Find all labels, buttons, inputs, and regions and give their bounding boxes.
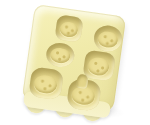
embossed-design <box>59 20 79 38</box>
embossed-design <box>87 56 110 76</box>
mold-cavity-3 <box>45 41 76 69</box>
mold-cavity-1 <box>54 14 83 42</box>
embossed-design <box>49 47 70 64</box>
mold-cavity-5 <box>28 66 64 100</box>
product-photo <box>0 0 150 125</box>
mold-cavity-2 <box>92 24 123 54</box>
embossed-design <box>97 30 119 49</box>
silicone-mold-tray <box>22 4 126 112</box>
duck-head-lobe <box>76 73 89 89</box>
embossed-design <box>33 73 58 95</box>
